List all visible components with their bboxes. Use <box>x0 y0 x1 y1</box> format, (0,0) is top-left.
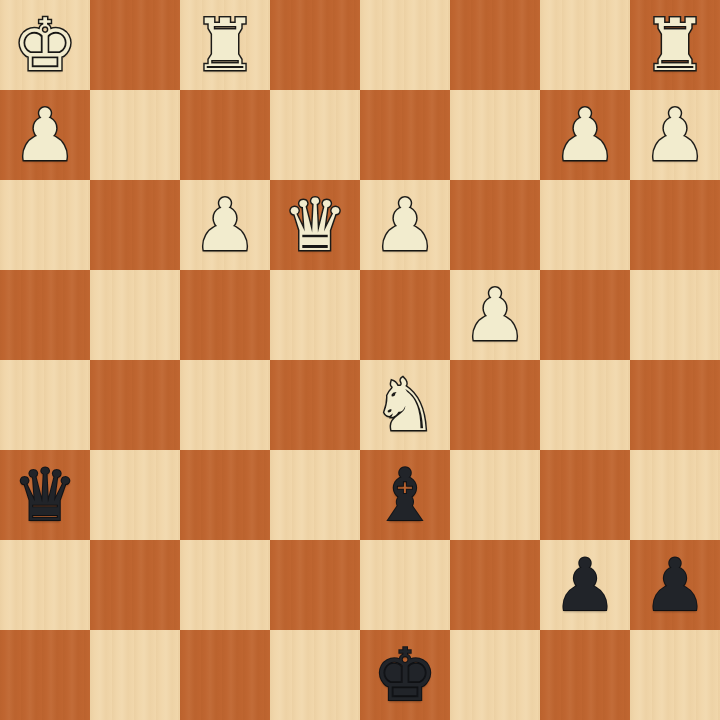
square-g3[interactable] <box>540 450 630 540</box>
square-d7[interactable] <box>270 90 360 180</box>
square-a3[interactable]: ♛ <box>0 450 90 540</box>
square-g4[interactable] <box>540 360 630 450</box>
square-f1[interactable] <box>450 630 540 720</box>
square-c6[interactable]: ♟ <box>180 180 270 270</box>
square-h3[interactable] <box>630 450 720 540</box>
square-h8[interactable]: ♜ <box>630 0 720 90</box>
white-pawn[interactable]: ♟ <box>643 90 708 180</box>
black-king[interactable]: ♚ <box>373 630 438 720</box>
square-g6[interactable] <box>540 180 630 270</box>
white-rook[interactable]: ♜ <box>193 0 258 90</box>
square-f2[interactable] <box>450 540 540 630</box>
square-b1[interactable] <box>90 630 180 720</box>
white-knight[interactable]: ♞ <box>373 360 438 450</box>
square-g7[interactable]: ♟ <box>540 90 630 180</box>
square-d1[interactable] <box>270 630 360 720</box>
square-d5[interactable] <box>270 270 360 360</box>
square-c7[interactable] <box>180 90 270 180</box>
square-e1[interactable]: ♚ <box>360 630 450 720</box>
black-pawn[interactable]: ♟ <box>553 540 618 630</box>
square-h5[interactable] <box>630 270 720 360</box>
square-c5[interactable] <box>180 270 270 360</box>
square-c1[interactable] <box>180 630 270 720</box>
black-pawn[interactable]: ♟ <box>643 540 708 630</box>
square-e6[interactable]: ♟ <box>360 180 450 270</box>
white-pawn[interactable]: ♟ <box>193 180 258 270</box>
square-a4[interactable] <box>0 360 90 450</box>
square-b8[interactable] <box>90 0 180 90</box>
square-d8[interactable] <box>270 0 360 90</box>
square-a6[interactable] <box>0 180 90 270</box>
square-d3[interactable] <box>270 450 360 540</box>
square-e3[interactable]: ♝ <box>360 450 450 540</box>
square-e4[interactable]: ♞ <box>360 360 450 450</box>
white-rook[interactable]: ♜ <box>643 0 708 90</box>
square-g8[interactable] <box>540 0 630 90</box>
square-h6[interactable] <box>630 180 720 270</box>
black-queen[interactable]: ♛ <box>13 450 78 540</box>
white-king[interactable]: ♚ <box>13 0 78 90</box>
square-h1[interactable] <box>630 630 720 720</box>
square-g1[interactable] <box>540 630 630 720</box>
square-f7[interactable] <box>450 90 540 180</box>
white-pawn[interactable]: ♟ <box>553 90 618 180</box>
square-b6[interactable] <box>90 180 180 270</box>
square-c8[interactable]: ♜ <box>180 0 270 90</box>
square-a5[interactable] <box>0 270 90 360</box>
square-g2[interactable]: ♟ <box>540 540 630 630</box>
square-h2[interactable]: ♟ <box>630 540 720 630</box>
square-c2[interactable] <box>180 540 270 630</box>
square-b7[interactable] <box>90 90 180 180</box>
square-f8[interactable] <box>450 0 540 90</box>
white-queen[interactable]: ♛ <box>283 180 348 270</box>
square-h4[interactable] <box>630 360 720 450</box>
square-b5[interactable] <box>90 270 180 360</box>
square-d6[interactable]: ♛ <box>270 180 360 270</box>
square-e8[interactable] <box>360 0 450 90</box>
square-a1[interactable] <box>0 630 90 720</box>
square-e2[interactable] <box>360 540 450 630</box>
square-a2[interactable] <box>0 540 90 630</box>
square-a8[interactable]: ♚ <box>0 0 90 90</box>
square-h7[interactable]: ♟ <box>630 90 720 180</box>
white-pawn[interactable]: ♟ <box>463 270 528 360</box>
square-f5[interactable]: ♟ <box>450 270 540 360</box>
square-g5[interactable] <box>540 270 630 360</box>
square-b3[interactable] <box>90 450 180 540</box>
square-c4[interactable] <box>180 360 270 450</box>
square-f3[interactable] <box>450 450 540 540</box>
black-bishop[interactable]: ♝ <box>373 450 438 540</box>
square-f6[interactable] <box>450 180 540 270</box>
white-pawn[interactable]: ♟ <box>373 180 438 270</box>
square-f4[interactable] <box>450 360 540 450</box>
square-a7[interactable]: ♟ <box>0 90 90 180</box>
chess-board: ♚♜♜♟♟♟♟♛♟♟♞♛♝♟♟♚ <box>0 0 720 720</box>
white-pawn[interactable]: ♟ <box>13 90 78 180</box>
square-d4[interactable] <box>270 360 360 450</box>
square-b4[interactable] <box>90 360 180 450</box>
square-d2[interactable] <box>270 540 360 630</box>
square-b2[interactable] <box>90 540 180 630</box>
square-e5[interactable] <box>360 270 450 360</box>
square-c3[interactable] <box>180 450 270 540</box>
square-e7[interactable] <box>360 90 450 180</box>
